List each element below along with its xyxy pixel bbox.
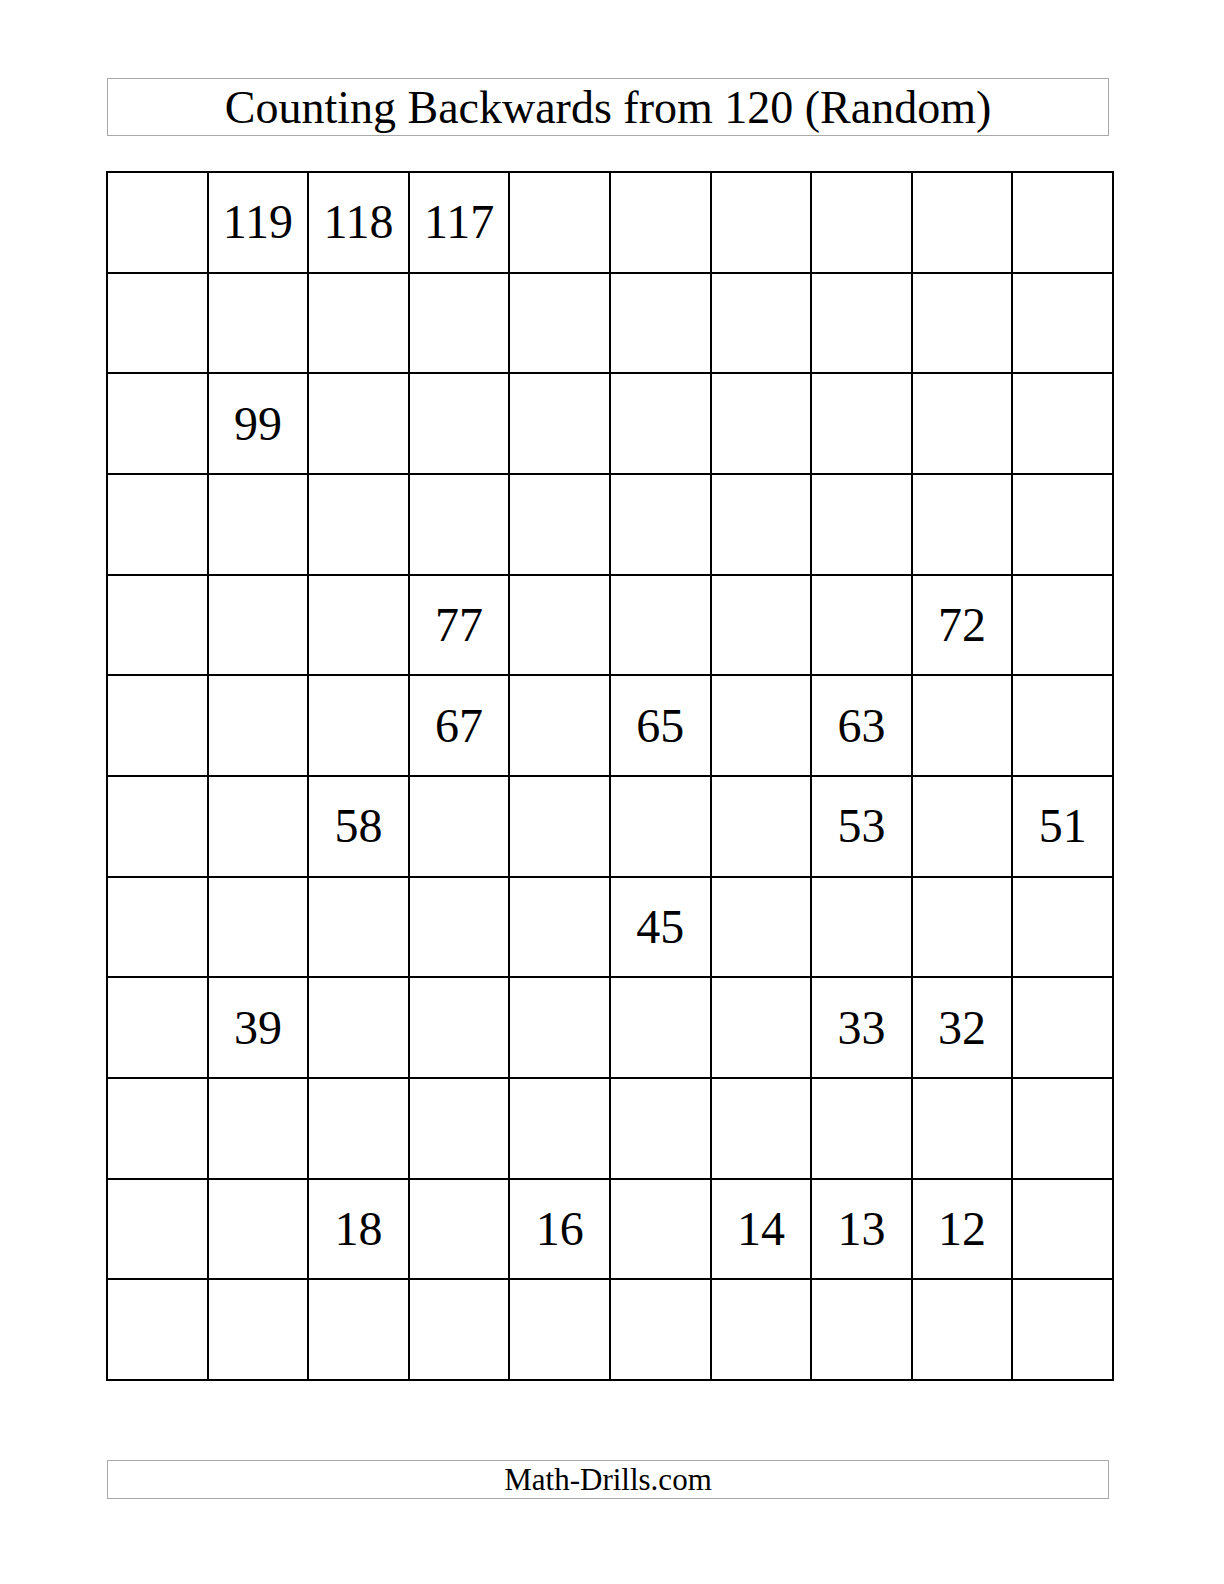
grid-cell-empty [108, 173, 209, 274]
grid-cell-empty [712, 1079, 813, 1180]
grid-cell-empty [913, 173, 1014, 274]
grid-cell-empty [209, 475, 310, 576]
grid-cell-filled: 99 [209, 374, 310, 475]
footer-brand: Math-Drills.com [504, 1462, 712, 1498]
grid-cell-filled: 13 [812, 1180, 913, 1281]
grid-cell-empty [209, 1079, 310, 1180]
grid-cell-empty [510, 1280, 611, 1381]
grid-cell-empty [410, 777, 511, 878]
grid-cell-empty [913, 274, 1014, 375]
grid-cell-empty [611, 475, 712, 576]
grid-cell-empty [108, 1180, 209, 1281]
grid-cell-empty [712, 1280, 813, 1381]
grid-cell-empty [611, 374, 712, 475]
grid-cell-empty [108, 978, 209, 1079]
grid-cell-empty [712, 676, 813, 777]
grid-cell-empty [913, 475, 1014, 576]
grid-cell-empty [410, 978, 511, 1079]
grid-cell-empty [309, 1079, 410, 1180]
grid-cell-empty [209, 1180, 310, 1281]
grid-cell-empty [108, 576, 209, 677]
grid-cell-empty [510, 274, 611, 375]
worksheet-title: Counting Backwards from 120 (Random) [225, 81, 992, 134]
grid-cell-empty [108, 1280, 209, 1381]
grid-cell-empty [812, 374, 913, 475]
grid-cell-empty [410, 1280, 511, 1381]
grid-cell-empty [611, 576, 712, 677]
grid-cell-filled: 119 [209, 173, 310, 274]
grid-cell-empty [913, 1280, 1014, 1381]
grid-cell-empty [1013, 374, 1114, 475]
grid-cell-empty [309, 878, 410, 979]
grid-cell-empty [209, 777, 310, 878]
grid-cell-filled: 67 [410, 676, 511, 777]
grid-cell-filled: 117 [410, 173, 511, 274]
grid-cell-empty [611, 1180, 712, 1281]
grid-cell-empty [510, 173, 611, 274]
grid-cell-empty [510, 475, 611, 576]
grid-cell-empty [108, 374, 209, 475]
grid-cell-filled: 33 [812, 978, 913, 1079]
grid-cell-filled: 45 [611, 878, 712, 979]
grid-cell-empty [1013, 475, 1114, 576]
grid-cell-empty [510, 777, 611, 878]
grid-cell-empty [309, 1280, 410, 1381]
grid-cell-filled: 118 [309, 173, 410, 274]
grid-cell-empty [510, 978, 611, 1079]
grid-cell-empty [209, 274, 310, 375]
grid-cell-empty [309, 576, 410, 677]
grid-cell-empty [1013, 1180, 1114, 1281]
grid-cell-empty [108, 274, 209, 375]
number-grid: 1191181179977726765635853514539333218161… [106, 171, 1114, 1381]
footer-box: Math-Drills.com [107, 1460, 1109, 1499]
grid-cell-empty [309, 676, 410, 777]
grid-cell-empty [712, 576, 813, 677]
grid-cell-empty [410, 374, 511, 475]
grid-cell-filled: 58 [309, 777, 410, 878]
grid-cell-empty [108, 475, 209, 576]
grid-cell-empty [913, 777, 1014, 878]
grid-cell-filled: 39 [209, 978, 310, 1079]
grid-cell-empty [410, 274, 511, 375]
grid-cell-empty [611, 1280, 712, 1381]
grid-cell-empty [712, 777, 813, 878]
grid-cell-empty [913, 374, 1014, 475]
grid-cell-filled: 32 [913, 978, 1014, 1079]
grid-cell-empty [510, 1079, 611, 1180]
grid-cell-filled: 72 [913, 576, 1014, 677]
grid-cell-empty [611, 777, 712, 878]
grid-cell-empty [108, 1079, 209, 1180]
grid-cell-empty [712, 978, 813, 1079]
grid-cell-filled: 14 [712, 1180, 813, 1281]
grid-cell-empty [611, 173, 712, 274]
grid-cell-empty [812, 878, 913, 979]
grid-cell-empty [712, 274, 813, 375]
grid-cell-empty [108, 777, 209, 878]
grid-cell-filled: 12 [913, 1180, 1014, 1281]
grid-cell-empty [1013, 1079, 1114, 1180]
grid-cell-empty [209, 576, 310, 677]
grid-cell-empty [611, 274, 712, 375]
grid-cell-empty [712, 173, 813, 274]
worksheet-page: { "game": "counting-backwards-number-cha… [0, 0, 1224, 1584]
grid-cell-empty [611, 1079, 712, 1180]
grid-cell-empty [1013, 878, 1114, 979]
grid-cell-empty [913, 676, 1014, 777]
grid-cell-filled: 53 [812, 777, 913, 878]
grid-cell-empty [309, 374, 410, 475]
grid-cell-filled: 65 [611, 676, 712, 777]
grid-cell-empty [108, 676, 209, 777]
grid-cell-empty [812, 274, 913, 375]
grid-cell-empty [309, 475, 410, 576]
grid-cell-empty [209, 1280, 310, 1381]
grid-cell-empty [209, 676, 310, 777]
grid-cell-empty [1013, 173, 1114, 274]
grid-cell-empty [1013, 274, 1114, 375]
grid-cell-empty [913, 1079, 1014, 1180]
grid-cell-empty [1013, 978, 1114, 1079]
grid-cell-empty [510, 576, 611, 677]
grid-cell-filled: 51 [1013, 777, 1114, 878]
grid-cell-empty [510, 676, 611, 777]
grid-cell-empty [410, 878, 511, 979]
grid-cell-empty [410, 1079, 511, 1180]
grid-cell-filled: 77 [410, 576, 511, 677]
grid-cell-empty [309, 274, 410, 375]
grid-cell-empty [812, 475, 913, 576]
grid-cell-empty [611, 978, 712, 1079]
grid-cell-empty [309, 978, 410, 1079]
grid-cell-empty [410, 475, 511, 576]
grid-cell-empty [712, 374, 813, 475]
grid-cell-empty [108, 878, 209, 979]
grid-cell-empty [712, 475, 813, 576]
grid-cell-empty [812, 1079, 913, 1180]
grid-cell-empty [510, 878, 611, 979]
grid-cell-filled: 16 [510, 1180, 611, 1281]
grid-cell-empty [1013, 1280, 1114, 1381]
grid-cell-empty [812, 576, 913, 677]
grid-cell-empty [812, 173, 913, 274]
grid-cell-filled: 18 [309, 1180, 410, 1281]
grid-cell-empty [712, 878, 813, 979]
grid-cell-empty [1013, 676, 1114, 777]
grid-cell-filled: 63 [812, 676, 913, 777]
grid-cell-empty [510, 374, 611, 475]
grid-cell-empty [913, 878, 1014, 979]
title-box: Counting Backwards from 120 (Random) [107, 78, 1109, 136]
grid-cell-empty [410, 1180, 511, 1281]
grid-cell-empty [812, 1280, 913, 1381]
grid-cell-empty [209, 878, 310, 979]
grid-cell-empty [1013, 576, 1114, 677]
